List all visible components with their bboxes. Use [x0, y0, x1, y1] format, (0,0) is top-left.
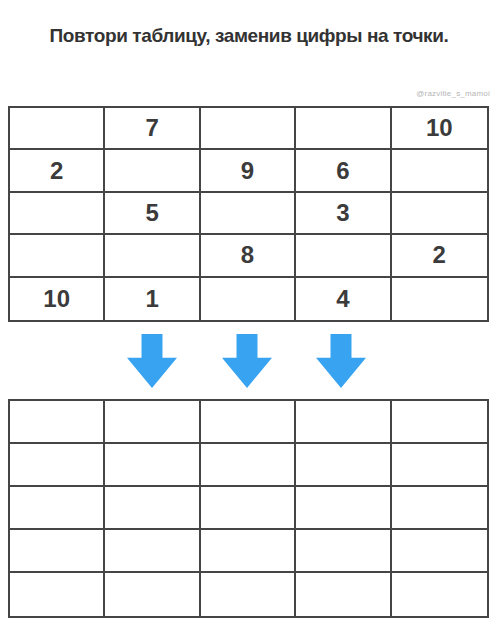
cell-number: 2	[433, 243, 446, 267]
source-cell-r3c3	[201, 193, 296, 235]
cell-number: 5	[145, 201, 158, 225]
source-cell-r2c2	[105, 150, 200, 192]
source-cell-r2c4: 6	[296, 150, 391, 192]
target-cell-r5c4	[296, 573, 391, 616]
source-cell-r3c2: 5	[105, 193, 200, 235]
target-cell-r1c1	[10, 401, 105, 444]
target-cell-r4c4	[296, 530, 391, 573]
source-cell-r5c3	[201, 278, 296, 320]
source-cell-r1c5: 10	[392, 108, 487, 150]
cell-number: 10	[43, 287, 70, 311]
cell-number: 8	[241, 243, 254, 267]
target-cell-r4c3	[201, 530, 296, 573]
target-cell-r2c2	[105, 444, 200, 487]
target-cell-r4c2	[105, 530, 200, 573]
cell-number: 2	[50, 159, 63, 183]
target-cell-r2c3	[201, 444, 296, 487]
source-cell-r5c5	[392, 278, 487, 320]
cell-number: 4	[336, 287, 349, 311]
target-cell-r3c1	[10, 487, 105, 530]
source-cell-r2c5	[392, 150, 487, 192]
target-cell-r4c5	[392, 530, 487, 573]
source-number-table: 71029653821014	[8, 106, 489, 322]
cell-number: 6	[336, 159, 349, 183]
source-cell-r3c5	[392, 193, 487, 235]
down-arrow-icon	[127, 334, 177, 388]
watermark-handle: @razvitie_s_mamoi	[416, 89, 490, 98]
target-cell-r1c3	[201, 401, 296, 444]
source-cell-r1c2: 7	[105, 108, 200, 150]
cell-number: 7	[145, 116, 158, 140]
cell-number: 3	[336, 201, 349, 225]
cell-number: 10	[426, 116, 453, 140]
source-cell-r4c5: 2	[392, 235, 487, 277]
source-cell-r1c4	[296, 108, 391, 150]
target-cell-r5c2	[105, 573, 200, 616]
source-cell-r1c1	[10, 108, 105, 150]
target-cell-r2c5	[392, 444, 487, 487]
target-cell-r3c4	[296, 487, 391, 530]
arrow-row	[0, 334, 498, 388]
target-cell-r1c4	[296, 401, 391, 444]
target-cell-r3c5	[392, 487, 487, 530]
source-cell-r4c2	[105, 235, 200, 277]
source-cell-r2c1: 2	[10, 150, 105, 192]
worksheet-title: Повтори таблицу, заменив цифры на точки.	[0, 25, 498, 47]
source-cell-r3c4: 3	[296, 193, 391, 235]
target-cell-r2c4	[296, 444, 391, 487]
target-cell-r1c2	[105, 401, 200, 444]
source-cell-r1c3	[201, 108, 296, 150]
source-cell-r5c1: 10	[10, 278, 105, 320]
cell-number: 9	[241, 159, 254, 183]
target-cell-r5c3	[201, 573, 296, 616]
target-cell-r4c1	[10, 530, 105, 573]
source-cell-r2c3: 9	[201, 150, 296, 192]
target-cell-r5c1	[10, 573, 105, 616]
source-cell-r3c1	[10, 193, 105, 235]
source-cell-r5c2: 1	[105, 278, 200, 320]
down-arrow-icon	[222, 334, 272, 388]
target-cell-r3c3	[201, 487, 296, 530]
target-cell-r1c5	[392, 401, 487, 444]
down-arrow-icon	[316, 334, 366, 388]
target-cell-r5c5	[392, 573, 487, 616]
cell-number: 1	[145, 287, 158, 311]
source-cell-r4c1	[10, 235, 105, 277]
target-cell-r2c1	[10, 444, 105, 487]
source-cell-r4c4	[296, 235, 391, 277]
target-empty-table	[8, 399, 489, 618]
source-cell-r4c3: 8	[201, 235, 296, 277]
source-cell-r5c4: 4	[296, 278, 391, 320]
target-cell-r3c2	[105, 487, 200, 530]
